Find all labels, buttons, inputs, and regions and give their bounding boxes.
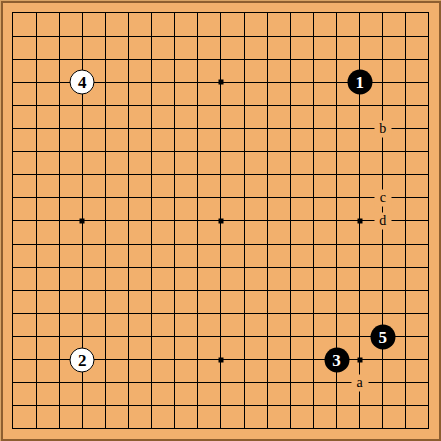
intersection [71, 302, 94, 325]
intersection [1, 117, 24, 140]
intersection [209, 1, 232, 24]
intersection [302, 325, 325, 348]
intersection [186, 186, 209, 209]
intersection [256, 417, 279, 440]
intersection [94, 1, 117, 24]
intersection [302, 348, 325, 371]
intersection [302, 279, 325, 302]
intersection [256, 94, 279, 117]
intersection [140, 186, 163, 209]
intersection [209, 117, 232, 140]
intersection [233, 25, 256, 48]
intersection [94, 71, 117, 94]
go-board: 12345abcd [0, 0, 441, 441]
intersection [279, 186, 302, 209]
intersection [233, 233, 256, 256]
intersection [325, 279, 348, 302]
point-label-a: a [351, 374, 368, 391]
intersection [25, 302, 48, 325]
intersection [163, 140, 186, 163]
intersection [302, 394, 325, 417]
intersection [417, 163, 440, 186]
intersection [256, 302, 279, 325]
intersection [209, 279, 232, 302]
intersection [279, 256, 302, 279]
intersection [140, 209, 163, 232]
intersection [186, 302, 209, 325]
intersection [117, 71, 140, 94]
intersection [25, 117, 48, 140]
intersection [325, 209, 348, 232]
intersection [1, 25, 24, 48]
intersection [394, 186, 417, 209]
intersection [71, 117, 94, 140]
intersection [371, 94, 394, 117]
intersection [140, 71, 163, 94]
stone-number: 4 [78, 74, 87, 91]
intersection [117, 163, 140, 186]
intersection [279, 163, 302, 186]
intersection [279, 48, 302, 71]
intersection [302, 1, 325, 24]
intersection [25, 48, 48, 71]
intersection [48, 394, 71, 417]
intersection [1, 256, 24, 279]
intersection [71, 25, 94, 48]
intersection [302, 48, 325, 71]
intersection [163, 348, 186, 371]
intersection [302, 256, 325, 279]
intersection [1, 371, 24, 394]
intersection [371, 279, 394, 302]
intersection [94, 163, 117, 186]
intersection [417, 25, 440, 48]
intersection [94, 209, 117, 232]
intersection [94, 256, 117, 279]
hoshi-star-point [80, 218, 85, 223]
intersection [94, 302, 117, 325]
intersection [117, 1, 140, 24]
intersection [348, 302, 371, 325]
intersection [117, 256, 140, 279]
intersection [256, 256, 279, 279]
intersection [48, 256, 71, 279]
intersection [233, 371, 256, 394]
intersection [417, 1, 440, 24]
intersection [186, 233, 209, 256]
intersection [117, 94, 140, 117]
intersection [71, 94, 94, 117]
intersection [25, 1, 48, 24]
intersection [163, 302, 186, 325]
intersection [325, 233, 348, 256]
stone-black-3: 3 [324, 347, 349, 372]
intersection [394, 117, 417, 140]
intersection [417, 371, 440, 394]
intersection [302, 186, 325, 209]
intersection [94, 417, 117, 440]
hoshi-star-point [357, 218, 362, 223]
intersection [256, 48, 279, 71]
intersection [209, 256, 232, 279]
stone-number: 2 [78, 351, 87, 368]
intersection [48, 371, 71, 394]
intersection [140, 279, 163, 302]
intersection [233, 117, 256, 140]
intersection [48, 325, 71, 348]
intersection [117, 186, 140, 209]
intersection [233, 348, 256, 371]
intersection [25, 94, 48, 117]
intersection [209, 302, 232, 325]
intersection [117, 394, 140, 417]
intersection [117, 25, 140, 48]
intersection [25, 71, 48, 94]
intersection [163, 163, 186, 186]
intersection [71, 417, 94, 440]
intersection [302, 417, 325, 440]
intersection [348, 25, 371, 48]
point-label-c: c [374, 189, 391, 206]
intersection [117, 233, 140, 256]
intersection [279, 140, 302, 163]
intersection [140, 325, 163, 348]
intersection [48, 1, 71, 24]
intersection [140, 163, 163, 186]
intersection [325, 1, 348, 24]
intersection [48, 48, 71, 71]
intersection [25, 25, 48, 48]
hoshi-star-point [218, 80, 223, 85]
intersection [233, 256, 256, 279]
intersection [279, 94, 302, 117]
intersection [371, 48, 394, 71]
intersection [25, 209, 48, 232]
intersection [325, 256, 348, 279]
point-label-b: b [374, 120, 391, 137]
intersection [48, 94, 71, 117]
intersection [186, 48, 209, 71]
intersection [348, 394, 371, 417]
intersection [71, 325, 94, 348]
intersection [256, 209, 279, 232]
intersection [256, 325, 279, 348]
intersection [256, 279, 279, 302]
intersection [279, 233, 302, 256]
intersection [279, 71, 302, 94]
intersection [94, 25, 117, 48]
intersection [186, 1, 209, 24]
intersection [186, 417, 209, 440]
intersection [25, 394, 48, 417]
hoshi-star-point [357, 357, 362, 362]
intersection [163, 279, 186, 302]
intersection [1, 325, 24, 348]
intersection [209, 417, 232, 440]
intersection [233, 163, 256, 186]
intersection [394, 163, 417, 186]
intersection [325, 417, 348, 440]
intersection [163, 417, 186, 440]
intersection [417, 71, 440, 94]
intersection [371, 140, 394, 163]
intersection [417, 186, 440, 209]
intersection [71, 186, 94, 209]
intersection [25, 163, 48, 186]
intersection [140, 1, 163, 24]
intersection [117, 48, 140, 71]
intersection [279, 348, 302, 371]
intersection [209, 371, 232, 394]
intersection [233, 94, 256, 117]
intersection [71, 394, 94, 417]
intersection [48, 71, 71, 94]
intersection [348, 1, 371, 24]
intersection [117, 302, 140, 325]
intersection [1, 94, 24, 117]
intersection [117, 279, 140, 302]
intersection [163, 371, 186, 394]
intersection [94, 94, 117, 117]
intersection [279, 279, 302, 302]
intersection [1, 417, 24, 440]
intersection [325, 394, 348, 417]
intersection [163, 394, 186, 417]
intersection [163, 1, 186, 24]
intersection [256, 233, 279, 256]
intersection [1, 302, 24, 325]
intersection [325, 325, 348, 348]
intersection [186, 325, 209, 348]
intersection [163, 209, 186, 232]
intersection [302, 117, 325, 140]
intersection [209, 94, 232, 117]
intersection [117, 117, 140, 140]
intersection [302, 94, 325, 117]
intersection [140, 371, 163, 394]
intersection [348, 279, 371, 302]
intersection [417, 209, 440, 232]
intersection [325, 71, 348, 94]
intersection [371, 256, 394, 279]
intersection [371, 417, 394, 440]
intersection [186, 279, 209, 302]
intersection [302, 371, 325, 394]
intersection [279, 117, 302, 140]
intersection [348, 117, 371, 140]
intersection [233, 71, 256, 94]
intersection [94, 140, 117, 163]
intersection [1, 279, 24, 302]
intersection [48, 209, 71, 232]
intersection [1, 186, 24, 209]
intersection [279, 209, 302, 232]
intersection [1, 163, 24, 186]
intersection [417, 325, 440, 348]
intersection [233, 209, 256, 232]
intersection [71, 140, 94, 163]
intersection [394, 394, 417, 417]
stone-white-2: 2 [70, 347, 95, 372]
intersection [25, 186, 48, 209]
intersection [140, 302, 163, 325]
intersection [163, 94, 186, 117]
intersection [71, 48, 94, 71]
intersection [325, 163, 348, 186]
intersection [371, 394, 394, 417]
intersection [279, 394, 302, 417]
intersection [209, 394, 232, 417]
intersection [71, 233, 94, 256]
intersection [140, 140, 163, 163]
intersection [25, 325, 48, 348]
intersection [25, 233, 48, 256]
intersection [25, 256, 48, 279]
intersection [325, 25, 348, 48]
intersection [94, 371, 117, 394]
intersection [348, 233, 371, 256]
intersection [233, 325, 256, 348]
intersection [209, 163, 232, 186]
intersection [94, 186, 117, 209]
intersection [1, 233, 24, 256]
intersection [371, 1, 394, 24]
intersection [117, 325, 140, 348]
intersection [302, 233, 325, 256]
intersection [25, 279, 48, 302]
intersection [417, 140, 440, 163]
intersection [1, 48, 24, 71]
stone-white-4: 4 [70, 70, 95, 95]
intersection [48, 233, 71, 256]
intersection [394, 348, 417, 371]
intersection [233, 302, 256, 325]
intersection [186, 371, 209, 394]
intersection [1, 71, 24, 94]
intersection [256, 394, 279, 417]
intersection [186, 348, 209, 371]
intersection [186, 25, 209, 48]
intersection [371, 163, 394, 186]
intersection [233, 394, 256, 417]
intersection [325, 186, 348, 209]
intersection [48, 163, 71, 186]
intersection [94, 394, 117, 417]
intersection [302, 71, 325, 94]
stone-number: 5 [379, 328, 388, 345]
intersection [417, 279, 440, 302]
intersection [394, 325, 417, 348]
intersection [256, 186, 279, 209]
intersection [1, 348, 24, 371]
intersection [417, 117, 440, 140]
intersection [394, 48, 417, 71]
intersection [117, 371, 140, 394]
intersection [417, 348, 440, 371]
intersection [394, 371, 417, 394]
intersection [140, 48, 163, 71]
intersection [348, 417, 371, 440]
stone-number: 1 [355, 74, 364, 91]
intersection [325, 140, 348, 163]
intersection [186, 140, 209, 163]
intersection [186, 94, 209, 117]
intersection [140, 256, 163, 279]
intersection [394, 71, 417, 94]
intersection [394, 417, 417, 440]
intersection [417, 48, 440, 71]
stone-black-1: 1 [347, 70, 372, 95]
intersection [371, 25, 394, 48]
intersection [1, 394, 24, 417]
intersection [371, 71, 394, 94]
intersection [117, 209, 140, 232]
intersection [302, 25, 325, 48]
intersection [163, 71, 186, 94]
intersection [302, 163, 325, 186]
intersection [348, 256, 371, 279]
intersection [325, 48, 348, 71]
intersection [163, 233, 186, 256]
intersection [163, 25, 186, 48]
intersection [417, 394, 440, 417]
intersection [140, 25, 163, 48]
intersection [94, 48, 117, 71]
intersection [186, 256, 209, 279]
intersection [71, 256, 94, 279]
intersection [25, 417, 48, 440]
intersection [256, 25, 279, 48]
intersection [394, 233, 417, 256]
intersection [48, 279, 71, 302]
intersection [94, 348, 117, 371]
intersection [1, 140, 24, 163]
intersection [117, 348, 140, 371]
intersection [394, 302, 417, 325]
intersection [94, 325, 117, 348]
intersection [209, 186, 232, 209]
intersection [325, 94, 348, 117]
intersection [117, 140, 140, 163]
intersection [163, 325, 186, 348]
intersection [325, 302, 348, 325]
intersection [209, 48, 232, 71]
intersection [302, 209, 325, 232]
intersection [279, 1, 302, 24]
intersection [371, 302, 394, 325]
intersection [394, 279, 417, 302]
intersection [233, 417, 256, 440]
intersection [186, 163, 209, 186]
intersection [256, 117, 279, 140]
intersection [94, 233, 117, 256]
intersection [371, 371, 394, 394]
intersection [279, 371, 302, 394]
intersection [140, 348, 163, 371]
intersection [256, 371, 279, 394]
intersection [348, 186, 371, 209]
intersection [348, 163, 371, 186]
intersection [256, 71, 279, 94]
intersection [209, 25, 232, 48]
intersection [71, 279, 94, 302]
intersection [233, 140, 256, 163]
intersection [186, 394, 209, 417]
intersection [348, 140, 371, 163]
intersection [256, 163, 279, 186]
intersection [233, 1, 256, 24]
intersection [325, 371, 348, 394]
